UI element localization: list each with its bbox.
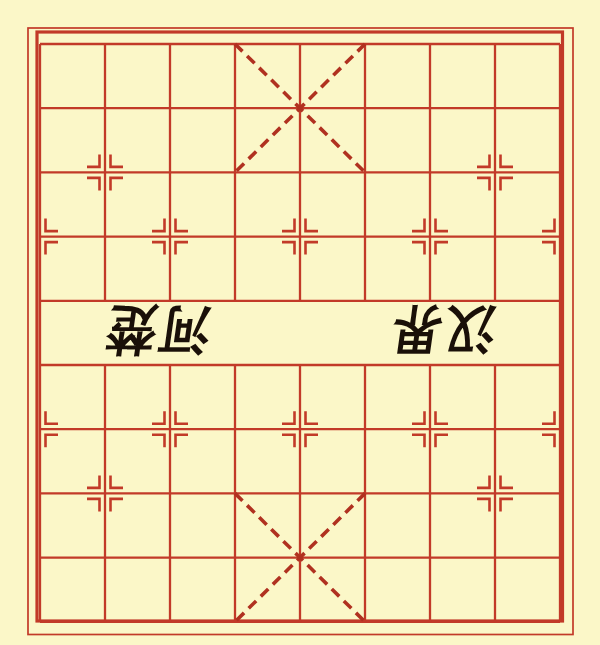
xiangqi-board-image: 楚 河 界 汉 (0, 0, 600, 645)
xiangqi-board[interactable] (0, 0, 600, 645)
grid-lines (40, 44, 560, 622)
